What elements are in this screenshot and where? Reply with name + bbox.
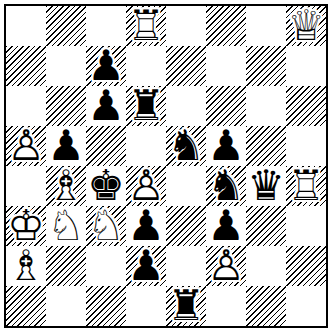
piece-outline-layer: ♔ [6, 206, 46, 246]
square-a2[interactable]: ♝♗ [6, 246, 46, 286]
square-h2[interactable] [286, 246, 326, 286]
square-g2[interactable] [246, 246, 286, 286]
square-g3[interactable] [246, 206, 286, 246]
piece-solid-layer: ♟ [86, 86, 126, 126]
black-pawn-c6[interactable]: ♟ [86, 86, 126, 126]
square-a5[interactable]: ♟♙ [6, 126, 46, 166]
square-d8[interactable]: ♜♖ [126, 6, 166, 46]
square-g7[interactable] [246, 46, 286, 86]
white-pawn-f2[interactable]: ♟♙ [206, 246, 246, 286]
square-f8[interactable] [206, 6, 246, 46]
black-rook-d6[interactable]: ♜ [126, 86, 166, 126]
square-g1[interactable] [246, 286, 286, 326]
piece-outline-layer: ♗ [46, 166, 86, 206]
square-h4[interactable]: ♜♖ [286, 166, 326, 206]
piece-outline-layer: ♘ [86, 206, 126, 246]
piece-solid-layer: ♜ [166, 286, 206, 326]
piece-outline-layer: ♖ [286, 166, 326, 206]
square-h3[interactable] [286, 206, 326, 246]
square-h6[interactable] [286, 86, 326, 126]
square-e6[interactable] [166, 86, 206, 126]
square-d7[interactable] [126, 46, 166, 86]
piece-solid-layer: ♟ [206, 126, 246, 166]
white-rook-h4[interactable]: ♜♖ [286, 166, 326, 206]
piece-solid-layer: ♚ [86, 166, 126, 206]
piece-solid-layer: ♜ [126, 86, 166, 126]
square-e1[interactable]: ♜ [166, 286, 206, 326]
white-pawn-a5[interactable]: ♟♙ [6, 126, 46, 166]
piece-outline-layer: ♘ [46, 206, 86, 246]
square-c4[interactable]: ♚ [86, 166, 126, 206]
square-b2[interactable] [46, 246, 86, 286]
black-knight-f4[interactable]: ♞ [206, 166, 246, 206]
square-c3[interactable]: ♞♘ [86, 206, 126, 246]
square-b3[interactable]: ♞♘ [46, 206, 86, 246]
square-b5[interactable]: ♟ [46, 126, 86, 166]
square-e3[interactable] [166, 206, 206, 246]
piece-outline-layer: ♕ [286, 6, 326, 46]
square-b7[interactable] [46, 46, 86, 86]
chess-board: ♜♖♛♕♟♟♜♟♙♟♞♟♝♗♚♟♙♞♛♜♖♚♔♞♘♞♘♟♟♝♗♟♟♙♜ [6, 6, 326, 326]
square-e4[interactable] [166, 166, 206, 206]
square-a3[interactable]: ♚♔ [6, 206, 46, 246]
square-e8[interactable] [166, 6, 206, 46]
square-h5[interactable] [286, 126, 326, 166]
white-rook-d8[interactable]: ♜♖ [126, 6, 166, 46]
square-a1[interactable] [6, 286, 46, 326]
square-a8[interactable] [6, 6, 46, 46]
square-a4[interactable] [6, 166, 46, 206]
black-king-c4[interactable]: ♚ [86, 166, 126, 206]
square-f7[interactable] [206, 46, 246, 86]
square-c5[interactable] [86, 126, 126, 166]
piece-outline-layer: ♗ [6, 246, 46, 286]
piece-solid-layer: ♟ [46, 126, 86, 166]
square-g8[interactable] [246, 6, 286, 46]
square-g4[interactable]: ♛ [246, 166, 286, 206]
piece-solid-layer: ♟ [126, 206, 166, 246]
square-f6[interactable] [206, 86, 246, 126]
square-d3[interactable]: ♟ [126, 206, 166, 246]
white-pawn-d4[interactable]: ♟♙ [126, 166, 166, 206]
piece-solid-layer: ♟ [86, 46, 126, 86]
piece-solid-layer: ♟ [206, 206, 246, 246]
piece-outline-layer: ♙ [6, 126, 46, 166]
square-d2[interactable]: ♟ [126, 246, 166, 286]
piece-outline-layer: ♙ [126, 166, 166, 206]
chess-diagram: ♜♖♛♕♟♟♜♟♙♟♞♟♝♗♚♟♙♞♛♜♖♚♔♞♘♞♘♟♟♝♗♟♟♙♜ [0, 0, 332, 332]
square-f4[interactable]: ♞ [206, 166, 246, 206]
square-c6[interactable]: ♟ [86, 86, 126, 126]
black-queen-g4[interactable]: ♛ [246, 166, 286, 206]
black-pawn-c7[interactable]: ♟ [86, 46, 126, 86]
white-bishop-b4[interactable]: ♝♗ [46, 166, 86, 206]
piece-solid-layer: ♛ [246, 166, 286, 206]
square-c7[interactable]: ♟ [86, 46, 126, 86]
white-queen-h8[interactable]: ♛♕ [286, 6, 326, 46]
square-g5[interactable] [246, 126, 286, 166]
board-frame: ♜♖♛♕♟♟♜♟♙♟♞♟♝♗♚♟♙♞♛♜♖♚♔♞♘♞♘♟♟♝♗♟♟♙♜ [4, 4, 328, 328]
square-c8[interactable] [86, 6, 126, 46]
square-h7[interactable] [286, 46, 326, 86]
square-b8[interactable] [46, 6, 86, 46]
square-a7[interactable] [6, 46, 46, 86]
square-d6[interactable]: ♜ [126, 86, 166, 126]
black-pawn-f5[interactable]: ♟ [206, 126, 246, 166]
square-f3[interactable]: ♟ [206, 206, 246, 246]
square-c2[interactable] [86, 246, 126, 286]
square-b1[interactable] [46, 286, 86, 326]
square-e7[interactable] [166, 46, 206, 86]
black-pawn-d3[interactable]: ♟ [126, 206, 166, 246]
square-b6[interactable] [46, 86, 86, 126]
square-a6[interactable] [6, 86, 46, 126]
white-king-a3[interactable]: ♚♔ [6, 206, 46, 246]
square-c1[interactable] [86, 286, 126, 326]
square-h8[interactable]: ♛♕ [286, 6, 326, 46]
piece-solid-layer: ♞ [166, 126, 206, 166]
square-f5[interactable]: ♟ [206, 126, 246, 166]
piece-outline-layer: ♙ [206, 246, 246, 286]
square-e5[interactable]: ♞ [166, 126, 206, 166]
black-pawn-b5[interactable]: ♟ [46, 126, 86, 166]
square-d5[interactable] [126, 126, 166, 166]
square-e2[interactable] [166, 246, 206, 286]
piece-outline-layer: ♖ [126, 6, 166, 46]
square-d1[interactable] [126, 286, 166, 326]
black-knight-e5[interactable]: ♞ [166, 126, 206, 166]
square-g6[interactable] [246, 86, 286, 126]
square-f1[interactable] [206, 286, 246, 326]
piece-solid-layer: ♞ [206, 166, 246, 206]
black-pawn-d2[interactable]: ♟ [126, 246, 166, 286]
square-d4[interactable]: ♟♙ [126, 166, 166, 206]
square-f2[interactable]: ♟♙ [206, 246, 246, 286]
black-rook-e1[interactable]: ♜ [166, 286, 206, 326]
white-knight-c3[interactable]: ♞♘ [86, 206, 126, 246]
square-b4[interactable]: ♝♗ [46, 166, 86, 206]
piece-solid-layer: ♟ [126, 246, 166, 286]
white-bishop-a2[interactable]: ♝♗ [6, 246, 46, 286]
black-pawn-f3[interactable]: ♟ [206, 206, 246, 246]
white-knight-b3[interactable]: ♞♘ [46, 206, 86, 246]
square-h1[interactable] [286, 286, 326, 326]
